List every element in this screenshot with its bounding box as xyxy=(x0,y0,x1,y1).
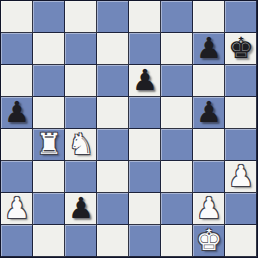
square-h2[interactable] xyxy=(225,193,257,225)
square-f4[interactable] xyxy=(161,129,193,161)
square-h6[interactable] xyxy=(225,65,257,97)
square-a5[interactable]: ♟ xyxy=(1,97,33,129)
square-g4[interactable] xyxy=(193,129,225,161)
square-h1[interactable] xyxy=(225,225,257,257)
piece-black-pawn-a5[interactable]: ♟ xyxy=(4,96,30,128)
square-d5[interactable] xyxy=(97,97,129,129)
square-c6[interactable] xyxy=(65,65,97,97)
square-a6[interactable] xyxy=(1,65,33,97)
square-a7[interactable] xyxy=(1,33,33,65)
square-g3[interactable] xyxy=(193,161,225,193)
square-d6[interactable] xyxy=(97,65,129,97)
square-c8[interactable] xyxy=(65,1,97,33)
piece-black-pawn-g5[interactable]: ♟ xyxy=(196,96,222,128)
square-a3[interactable] xyxy=(1,161,33,193)
square-a2[interactable]: ♟ xyxy=(1,193,33,225)
square-c7[interactable] xyxy=(65,33,97,65)
piece-white-king-g1[interactable]: ♚ xyxy=(196,224,222,256)
piece-white-pawn-a2[interactable]: ♟ xyxy=(4,192,30,224)
square-d1[interactable] xyxy=(97,225,129,257)
square-b2[interactable] xyxy=(33,193,65,225)
square-d2[interactable] xyxy=(97,193,129,225)
square-f3[interactable] xyxy=(161,161,193,193)
square-d4[interactable] xyxy=(97,129,129,161)
square-e5[interactable] xyxy=(129,97,161,129)
square-a8[interactable] xyxy=(1,1,33,33)
square-h5[interactable] xyxy=(225,97,257,129)
square-e8[interactable] xyxy=(129,1,161,33)
square-c3[interactable] xyxy=(65,161,97,193)
piece-black-pawn-g7[interactable]: ♟ xyxy=(196,32,222,64)
piece-black-pawn-c2[interactable]: ♟ xyxy=(68,192,94,224)
square-g5[interactable]: ♟ xyxy=(193,97,225,129)
square-b5[interactable] xyxy=(33,97,65,129)
square-e1[interactable] xyxy=(129,225,161,257)
square-f2[interactable] xyxy=(161,193,193,225)
square-g1[interactable]: ♚ xyxy=(193,225,225,257)
square-c4[interactable]: ♞ xyxy=(65,129,97,161)
square-f1[interactable] xyxy=(161,225,193,257)
square-g7[interactable]: ♟ xyxy=(193,33,225,65)
square-g8[interactable] xyxy=(193,1,225,33)
piece-white-rook-b4[interactable]: ♜ xyxy=(36,128,62,160)
chess-board-container: ♟♚♟♟♟♜♞♟♟♟♟♚ xyxy=(0,0,258,258)
square-f6[interactable] xyxy=(161,65,193,97)
square-b4[interactable]: ♜ xyxy=(33,129,65,161)
piece-black-king-h7[interactable]: ♚ xyxy=(228,32,254,64)
square-d8[interactable] xyxy=(97,1,129,33)
square-e7[interactable] xyxy=(129,33,161,65)
square-g2[interactable]: ♟ xyxy=(193,193,225,225)
square-d7[interactable] xyxy=(97,33,129,65)
square-e2[interactable] xyxy=(129,193,161,225)
square-h7[interactable]: ♚ xyxy=(225,33,257,65)
chess-board: ♟♚♟♟♟♜♞♟♟♟♟♚ xyxy=(0,0,258,258)
square-a4[interactable] xyxy=(1,129,33,161)
square-f7[interactable] xyxy=(161,33,193,65)
square-b3[interactable] xyxy=(33,161,65,193)
square-c2[interactable]: ♟ xyxy=(65,193,97,225)
square-a1[interactable] xyxy=(1,225,33,257)
square-e6[interactable]: ♟ xyxy=(129,65,161,97)
square-h3[interactable]: ♟ xyxy=(225,161,257,193)
square-c5[interactable] xyxy=(65,97,97,129)
piece-white-pawn-h3[interactable]: ♟ xyxy=(228,160,254,192)
piece-white-pawn-g2[interactable]: ♟ xyxy=(196,192,222,224)
square-b8[interactable] xyxy=(33,1,65,33)
square-b1[interactable] xyxy=(33,225,65,257)
square-h4[interactable] xyxy=(225,129,257,161)
square-d3[interactable] xyxy=(97,161,129,193)
square-e4[interactable] xyxy=(129,129,161,161)
square-f8[interactable] xyxy=(161,1,193,33)
square-g6[interactable] xyxy=(193,65,225,97)
square-f5[interactable] xyxy=(161,97,193,129)
square-b6[interactable] xyxy=(33,65,65,97)
square-e3[interactable] xyxy=(129,161,161,193)
piece-white-knight-c4[interactable]: ♞ xyxy=(68,128,94,160)
square-b7[interactable] xyxy=(33,33,65,65)
piece-black-pawn-e6[interactable]: ♟ xyxy=(132,64,158,96)
square-c1[interactable] xyxy=(65,225,97,257)
square-h8[interactable] xyxy=(225,1,257,33)
